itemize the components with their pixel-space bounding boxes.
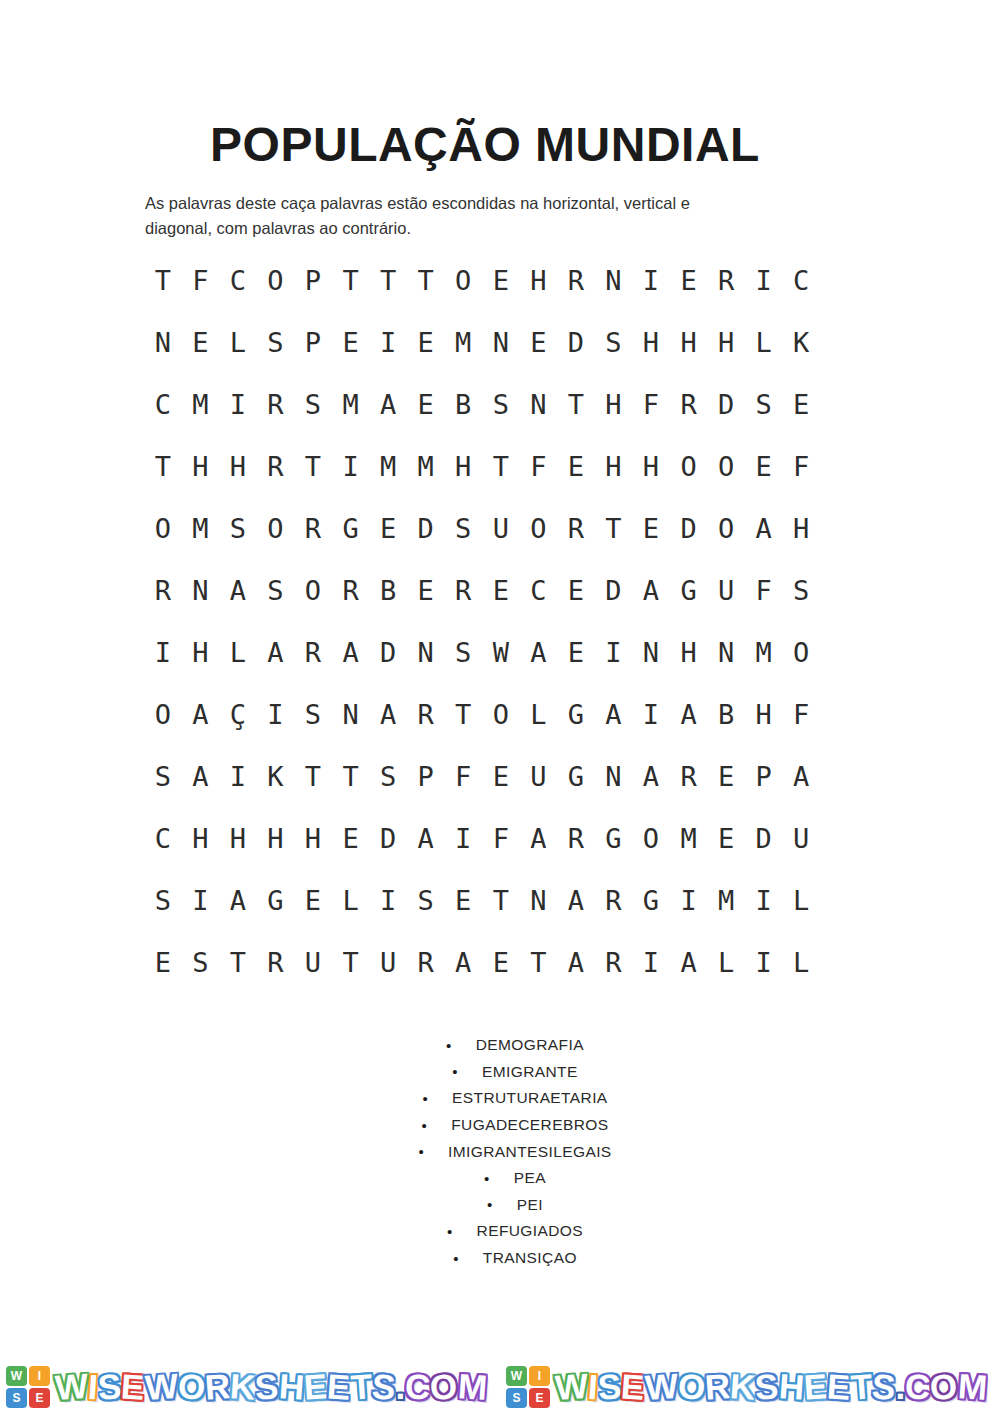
grid-cell-r3c4[interactable]: R xyxy=(257,373,295,435)
grid-cell-r6c15[interactable]: G xyxy=(670,559,708,621)
wiseworksheets-logo-icon: WISE xyxy=(6,1366,50,1408)
word-list-item-9: •TRANSIÇAO xyxy=(30,1245,1000,1272)
word-list-item-7: •PEI xyxy=(30,1192,1000,1219)
grid-cell-r6c3[interactable]: A xyxy=(219,559,257,621)
bullet-icon: • xyxy=(422,1090,428,1107)
brand-letter: S xyxy=(254,1366,280,1408)
grid-cell-r9c11[interactable]: U xyxy=(520,745,558,807)
grid-cell-r8c1[interactable]: O xyxy=(144,683,182,745)
grid-cell-r12c5[interactable]: U xyxy=(294,931,332,993)
grid-cell-r7c6[interactable]: A xyxy=(332,621,370,683)
grid-cell-r8c4[interactable]: I xyxy=(257,683,295,745)
grid-cell-r6c10[interactable]: E xyxy=(482,559,520,621)
grid-cell-r11c3[interactable]: A xyxy=(219,869,257,931)
grid-cell-r7c7[interactable]: D xyxy=(369,621,407,683)
grid-cell-r6c4[interactable]: S xyxy=(257,559,295,621)
word-search-grid: TFCOPTTTOEHRNIERICNELSPEIEMNEDSHHHLKCMIR… xyxy=(144,249,820,993)
grid-cell-r8c3[interactable]: Ç xyxy=(219,683,257,745)
grid-cell-r11c5[interactable]: E xyxy=(294,869,332,931)
grid-cell-r4c1[interactable]: T xyxy=(144,435,182,497)
grid-cell-r4c11[interactable]: F xyxy=(520,435,558,497)
grid-cell-r6c17[interactable]: F xyxy=(745,559,783,621)
wiseworksheets-logo-icon: WISE xyxy=(506,1366,550,1408)
grid-cell-r12c2[interactable]: S xyxy=(182,931,220,993)
grid-cell-r10c16[interactable]: E xyxy=(707,807,745,869)
grid-cell-r7c2[interactable]: H xyxy=(182,621,220,683)
grid-cell-r12c12[interactable]: A xyxy=(557,931,595,993)
grid-cell-r3c11[interactable]: N xyxy=(520,373,558,435)
brand-text: WISEWORKSHEETS.COM xyxy=(555,1367,987,1407)
grid-cell-r10c12[interactable]: R xyxy=(557,807,595,869)
grid-cell-r11c13[interactable]: R xyxy=(595,869,633,931)
grid-cell-r7c12[interactable]: E xyxy=(557,621,595,683)
grid-cell-r5c6[interactable]: G xyxy=(332,497,370,559)
grid-cell-r11c18[interactable]: L xyxy=(782,869,820,931)
footer-branding: WISEWISEWORKSHEETS.COM WISEWISEWORKSHEET… xyxy=(0,1363,1000,1411)
grid-cell-r4c4[interactable]: R xyxy=(257,435,295,497)
grid-cell-r4c10[interactable]: T xyxy=(482,435,520,497)
brand-letter: S xyxy=(754,1366,780,1408)
grid-cell-r10c11[interactable]: A xyxy=(520,807,558,869)
grid-cell-r3c3[interactable]: I xyxy=(219,373,257,435)
grid-cell-r8c7[interactable]: A xyxy=(369,683,407,745)
grid-cell-r12c6[interactable]: T xyxy=(332,931,370,993)
grid-cell-r7c3[interactable]: L xyxy=(219,621,257,683)
grid-cell-r11c10[interactable]: T xyxy=(482,869,520,931)
grid-cell-r1c3[interactable]: C xyxy=(219,249,257,311)
instructions-line-1: As palavras deste caça palavras estão es… xyxy=(145,191,875,216)
grid-cell-r6c18[interactable]: S xyxy=(782,559,820,621)
grid-cell-r5c2[interactable]: M xyxy=(182,497,220,559)
brand-letter: T xyxy=(349,1366,373,1407)
grid-cell-r10c2[interactable]: H xyxy=(182,807,220,869)
grid-cell-r4c15[interactable]: O xyxy=(670,435,708,497)
grid-cell-r1c6[interactable]: T xyxy=(332,249,370,311)
grid-cell-r9c4[interactable]: K xyxy=(257,745,295,807)
logo-tile-w: W xyxy=(506,1366,527,1386)
grid-cell-r12c13[interactable]: R xyxy=(595,931,633,993)
grid-cell-r5c11[interactable]: O xyxy=(520,497,558,559)
brand-letter: C xyxy=(904,1366,932,1408)
word-list-item-5: •IMIGRANTESILEGAIS xyxy=(30,1138,1000,1165)
grid-cell-r1c5[interactable]: P xyxy=(294,249,332,311)
grid-cell-r6c11[interactable]: C xyxy=(520,559,558,621)
grid-cell-r1c1[interactable]: T xyxy=(144,249,182,311)
logo-tile-s: S xyxy=(6,1388,27,1408)
grid-cell-r4c13[interactable]: H xyxy=(595,435,633,497)
grid-cell-r4c8[interactable]: M xyxy=(407,435,445,497)
grid-cell-r12c17[interactable]: I xyxy=(745,931,783,993)
grid-cell-r8c14[interactable]: I xyxy=(632,683,670,745)
logo-tile-i: I xyxy=(29,1366,50,1386)
grid-cell-r6c9[interactable]: R xyxy=(444,559,482,621)
logo-tile-e: E xyxy=(29,1388,50,1408)
grid-cell-r9c5[interactable]: T xyxy=(294,745,332,807)
brand-letter: E xyxy=(326,1366,352,1408)
grid-cell-r5c18[interactable]: H xyxy=(782,497,820,559)
grid-cell-r8c17[interactable]: H xyxy=(745,683,783,745)
brand-letter: S xyxy=(596,1366,622,1408)
grid-cell-r9c10[interactable]: E xyxy=(482,745,520,807)
grid-cell-r2c13[interactable]: S xyxy=(595,311,633,373)
grid-cell-r1c12[interactable]: R xyxy=(557,249,595,311)
grid-cell-r12c15[interactable]: A xyxy=(670,931,708,993)
grid-cell-r7c5[interactable]: R xyxy=(294,621,332,683)
grid-cell-r2c7[interactable]: I xyxy=(369,311,407,373)
brand-letter: E xyxy=(120,1366,146,1408)
grid-cell-r3c14[interactable]: F xyxy=(632,373,670,435)
grid-cell-r5c15[interactable]: D xyxy=(670,497,708,559)
brand-letter: M xyxy=(456,1366,488,1408)
grid-cell-r2c18[interactable]: K xyxy=(782,311,820,373)
word-label: FUGADECEREBROS xyxy=(451,1116,608,1134)
grid-cell-r10c17[interactable]: D xyxy=(745,807,783,869)
grid-cell-r3c1[interactable]: C xyxy=(144,373,182,435)
grid-cell-r8c11[interactable]: L xyxy=(520,683,558,745)
grid-cell-r8c5[interactable]: S xyxy=(294,683,332,745)
grid-cell-r8c15[interactable]: A xyxy=(670,683,708,745)
word-label: PEA xyxy=(514,1169,546,1187)
brand-letter: K xyxy=(729,1366,757,1408)
grid-cell-r12c9[interactable]: A xyxy=(444,931,482,993)
grid-cell-r12c7[interactable]: U xyxy=(369,931,407,993)
grid-cell-r10c9[interactable]: I xyxy=(444,807,482,869)
brand-letter: T xyxy=(849,1366,873,1407)
brand-letter: S xyxy=(371,1366,397,1408)
bullet-icon: • xyxy=(453,1250,459,1267)
instructions: As palavras deste caça palavras estão es… xyxy=(145,191,875,241)
grid-cell-r1c18[interactable]: C xyxy=(782,249,820,311)
grid-cell-r11c11[interactable]: N xyxy=(520,869,558,931)
grid-cell-r7c11[interactable]: A xyxy=(520,621,558,683)
grid-cell-r9c7[interactable]: S xyxy=(369,745,407,807)
grid-cell-r1c2[interactable]: F xyxy=(182,249,220,311)
grid-cell-r5c16[interactable]: O xyxy=(707,497,745,559)
grid-cell-r8c6[interactable]: N xyxy=(332,683,370,745)
grid-cell-r5c4[interactable]: O xyxy=(257,497,295,559)
grid-cell-r9c2[interactable]: A xyxy=(182,745,220,807)
grid-cell-r9c3[interactable]: I xyxy=(219,745,257,807)
grid-cell-r4c6[interactable]: I xyxy=(332,435,370,497)
word-list-item-3: •ESTRUTURAETARIA xyxy=(30,1085,1000,1112)
grid-cell-r1c4[interactable]: O xyxy=(257,249,295,311)
grid-cell-r9c12[interactable]: G xyxy=(557,745,595,807)
grid-cell-r4c18[interactable]: F xyxy=(782,435,820,497)
grid-cell-r3c5[interactable]: S xyxy=(294,373,332,435)
grid-cell-r12c11[interactable]: T xyxy=(520,931,558,993)
grid-cell-r6c16[interactable]: U xyxy=(707,559,745,621)
word-list-item-1: •DEMOGRAFIA xyxy=(30,1032,1000,1059)
grid-cell-r8c16[interactable]: B xyxy=(707,683,745,745)
grid-cell-r7c14[interactable]: N xyxy=(632,621,670,683)
grid-cell-r3c17[interactable]: S xyxy=(745,373,783,435)
brand-letter: E xyxy=(803,1366,829,1408)
grid-cell-r6c8[interactable]: E xyxy=(407,559,445,621)
grid-cell-r11c6[interactable]: L xyxy=(332,869,370,931)
grid-cell-r7c9[interactable]: S xyxy=(444,621,482,683)
grid-cell-r9c14[interactable]: A xyxy=(632,745,670,807)
grid-cell-r5c7[interactable]: E xyxy=(369,497,407,559)
grid-cell-r11c14[interactable]: G xyxy=(632,869,670,931)
grid-cell-r10c1[interactable]: C xyxy=(144,807,182,869)
grid-cell-r9c16[interactable]: E xyxy=(707,745,745,807)
worksheet-page: POPULAÇÃO MUNDIAL As palavras deste caça… xyxy=(0,0,1000,1413)
grid-cell-r3c15[interactable]: R xyxy=(670,373,708,435)
grid-cell-r2c17[interactable]: L xyxy=(745,311,783,373)
grid-cell-r10c10[interactable]: F xyxy=(482,807,520,869)
grid-cell-r5c14[interactable]: E xyxy=(632,497,670,559)
grid-cell-r4c17[interactable]: E xyxy=(745,435,783,497)
grid-cell-r5c13[interactable]: T xyxy=(595,497,633,559)
bullet-icon: • xyxy=(418,1143,424,1160)
word-label: ESTRUTURAETARIA xyxy=(452,1089,608,1107)
grid-cell-r2c1[interactable]: N xyxy=(144,311,182,373)
grid-cell-r11c15[interactable]: I xyxy=(670,869,708,931)
grid-cell-r2c10[interactable]: N xyxy=(482,311,520,373)
grid-cell-r5c9[interactable]: S xyxy=(444,497,482,559)
grid-cell-r1c8[interactable]: T xyxy=(407,249,445,311)
word-label: EMIGRANTE xyxy=(482,1063,578,1081)
word-label: TRANSIÇAO xyxy=(483,1249,577,1267)
logo-tile-w: W xyxy=(6,1366,27,1386)
grid-cell-r6c6[interactable]: R xyxy=(332,559,370,621)
grid-cell-r10c15[interactable]: M xyxy=(670,807,708,869)
grid-cell-r5c8[interactable]: D xyxy=(407,497,445,559)
logo-tile-i: I xyxy=(529,1366,550,1386)
grid-cell-r11c4[interactable]: G xyxy=(257,869,295,931)
grid-cell-r9c9[interactable]: F xyxy=(444,745,482,807)
grid-cell-r10c18[interactable]: U xyxy=(782,807,820,869)
brand-letter: W xyxy=(54,1366,90,1408)
page-title: POPULAÇÃO MUNDIAL xyxy=(0,120,970,170)
brand-letter: E xyxy=(620,1366,646,1408)
grid-cell-r7c17[interactable]: M xyxy=(745,621,783,683)
grid-cell-r10c14[interactable]: O xyxy=(632,807,670,869)
grid-cell-r12c16[interactable]: L xyxy=(707,931,745,993)
grid-cell-r11c17[interactable]: I xyxy=(745,869,783,931)
grid-cell-r2c12[interactable]: D xyxy=(557,311,595,373)
grid-cell-r3c8[interactable]: E xyxy=(407,373,445,435)
grid-cell-r9c17[interactable]: P xyxy=(745,745,783,807)
grid-cell-r2c3[interactable]: L xyxy=(219,311,257,373)
grid-cell-r7c8[interactable]: N xyxy=(407,621,445,683)
brand-letter: S xyxy=(871,1366,897,1408)
grid-cell-r2c16[interactable]: H xyxy=(707,311,745,373)
word-label: IMIGRANTESILEGAIS xyxy=(448,1143,612,1161)
brand-letter: H xyxy=(777,1366,805,1408)
grid-cell-r3c6[interactable]: M xyxy=(332,373,370,435)
grid-cell-r8c8[interactable]: R xyxy=(407,683,445,745)
grid-cell-r12c10[interactable]: E xyxy=(482,931,520,993)
word-label: DEMOGRAFIA xyxy=(476,1036,584,1054)
brand-letter: O xyxy=(429,1366,459,1408)
word-list-item-2: •EMIGRANTE xyxy=(30,1059,1000,1086)
grid-cell-r7c1[interactable]: I xyxy=(144,621,182,683)
brand-letter: E xyxy=(303,1366,329,1408)
grid-cell-r8c12[interactable]: G xyxy=(557,683,595,745)
word-list-item-6: •PEA xyxy=(30,1165,1000,1192)
grid-cell-r10c7[interactable]: D xyxy=(369,807,407,869)
grid-cell-r2c8[interactable]: E xyxy=(407,311,445,373)
grid-cell-r11c8[interactable]: S xyxy=(407,869,445,931)
grid-cell-r11c2[interactable]: I xyxy=(182,869,220,931)
grid-cell-r11c1[interactable]: S xyxy=(144,869,182,931)
grid-cell-r5c10[interactable]: U xyxy=(482,497,520,559)
grid-cell-r7c15[interactable]: H xyxy=(670,621,708,683)
grid-cell-r11c7[interactable]: I xyxy=(369,869,407,931)
bullet-icon: • xyxy=(422,1117,428,1134)
grid-cell-r2c9[interactable]: M xyxy=(444,311,482,373)
bullet-icon: • xyxy=(487,1196,493,1213)
grid-cell-r12c18[interactable]: L xyxy=(782,931,820,993)
grid-cell-r12c4[interactable]: R xyxy=(257,931,295,993)
grid-cell-r10c13[interactable]: G xyxy=(595,807,633,869)
grid-cell-r10c6[interactable]: E xyxy=(332,807,370,869)
grid-cell-r3c9[interactable]: B xyxy=(444,373,482,435)
grid-cell-r2c15[interactable]: H xyxy=(670,311,708,373)
brand-letter: W xyxy=(643,1366,679,1408)
grid-cell-r9c6[interactable]: T xyxy=(332,745,370,807)
grid-cell-r6c1[interactable]: R xyxy=(144,559,182,621)
wiseworksheets-brand-left: WISEWISEWORKSHEETS.COM xyxy=(0,1363,500,1411)
brand-letter: W xyxy=(143,1366,179,1408)
grid-cell-r7c16[interactable]: N xyxy=(707,621,745,683)
grid-cell-r3c16[interactable]: D xyxy=(707,373,745,435)
word-list: •DEMOGRAFIA•EMIGRANTE•ESTRUTURAETARIA•FU… xyxy=(30,1032,1000,1271)
brand-letter: S xyxy=(96,1366,122,1408)
brand-letter: M xyxy=(956,1366,988,1408)
grid-cell-r1c13[interactable]: N xyxy=(595,249,633,311)
bullet-icon: • xyxy=(447,1223,453,1240)
grid-cell-r3c2[interactable]: M xyxy=(182,373,220,435)
bullet-icon: • xyxy=(484,1170,490,1187)
grid-cell-r12c14[interactable]: I xyxy=(632,931,670,993)
grid-cell-r10c3[interactable]: H xyxy=(219,807,257,869)
grid-cell-r11c12[interactable]: A xyxy=(557,869,595,931)
grid-cell-r7c18[interactable]: O xyxy=(782,621,820,683)
grid-cell-r4c7[interactable]: M xyxy=(369,435,407,497)
grid-cell-r1c17[interactable]: I xyxy=(745,249,783,311)
grid-cell-r8c13[interactable]: A xyxy=(595,683,633,745)
grid-cell-r5c17[interactable]: A xyxy=(745,497,783,559)
word-list-item-4: •FUGADECEREBROS xyxy=(30,1112,1000,1139)
grid-cell-r5c1[interactable]: O xyxy=(144,497,182,559)
grid-cell-r3c13[interactable]: H xyxy=(595,373,633,435)
brand-letter: R xyxy=(703,1366,731,1408)
grid-cell-r1c9[interactable]: O xyxy=(444,249,482,311)
grid-cell-r4c14[interactable]: H xyxy=(632,435,670,497)
grid-cell-r6c13[interactable]: D xyxy=(595,559,633,621)
grid-cell-r12c1[interactable]: E xyxy=(144,931,182,993)
instructions-line-2: diagonal, com palavras ao contrário. xyxy=(145,216,875,241)
grid-cell-r1c14[interactable]: I xyxy=(632,249,670,311)
wiseworksheets-brand-right: WISEWISEWORKSHEETS.COM xyxy=(500,1363,1000,1411)
grid-cell-r5c5[interactable]: R xyxy=(294,497,332,559)
grid-cell-r7c13[interactable]: I xyxy=(595,621,633,683)
grid-cell-r3c10[interactable]: S xyxy=(482,373,520,435)
grid-cell-r12c8[interactable]: R xyxy=(407,931,445,993)
grid-cell-r8c2[interactable]: A xyxy=(182,683,220,745)
grid-cell-r1c10[interactable]: E xyxy=(482,249,520,311)
bullet-icon: • xyxy=(446,1037,452,1054)
grid-cell-r3c12[interactable]: T xyxy=(557,373,595,435)
grid-cell-r2c5[interactable]: P xyxy=(294,311,332,373)
grid-cell-r11c9[interactable]: E xyxy=(444,869,482,931)
grid-cell-r8c18[interactable]: F xyxy=(782,683,820,745)
grid-cell-r6c5[interactable]: O xyxy=(294,559,332,621)
grid-cell-r9c1[interactable]: S xyxy=(144,745,182,807)
brand-letter: O xyxy=(676,1366,706,1408)
brand-letter: E xyxy=(826,1366,852,1408)
grid-cell-r1c15[interactable]: E xyxy=(670,249,708,311)
grid-cell-r2c14[interactable]: H xyxy=(632,311,670,373)
grid-cell-r6c14[interactable]: A xyxy=(632,559,670,621)
word-label: PEI xyxy=(517,1196,543,1214)
grid-cell-r4c2[interactable]: H xyxy=(182,435,220,497)
grid-cell-r4c16[interactable]: O xyxy=(707,435,745,497)
grid-cell-r9c13[interactable]: N xyxy=(595,745,633,807)
logo-tile-e: E xyxy=(529,1388,550,1408)
grid-cell-r4c12[interactable]: E xyxy=(557,435,595,497)
grid-cell-r11c16[interactable]: M xyxy=(707,869,745,931)
word-list-item-8: •REFUGIADOS xyxy=(30,1218,1000,1245)
grid-cell-r10c5[interactable]: H xyxy=(294,807,332,869)
grid-cell-r4c3[interactable]: H xyxy=(219,435,257,497)
brand-text: WISEWORKSHEETS.COM xyxy=(55,1367,487,1407)
logo-tile-s: S xyxy=(506,1388,527,1408)
brand-letter: H xyxy=(277,1366,305,1408)
grid-cell-r5c12[interactable]: R xyxy=(557,497,595,559)
grid-cell-r10c4[interactable]: H xyxy=(257,807,295,869)
grid-cell-r4c9[interactable]: H xyxy=(444,435,482,497)
brand-letter: O xyxy=(929,1366,959,1408)
grid-cell-r1c11[interactable]: H xyxy=(520,249,558,311)
grid-cell-r9c18[interactable]: A xyxy=(782,745,820,807)
grid-cell-r1c16[interactable]: R xyxy=(707,249,745,311)
grid-cell-r2c4[interactable]: S xyxy=(257,311,295,373)
grid-cell-r4c5[interactable]: T xyxy=(294,435,332,497)
grid-cell-r9c8[interactable]: P xyxy=(407,745,445,807)
grid-cell-r6c12[interactable]: E xyxy=(557,559,595,621)
grid-cell-r6c7[interactable]: B xyxy=(369,559,407,621)
brand-letter: K xyxy=(229,1366,257,1408)
grid-cell-r3c18[interactable]: E xyxy=(782,373,820,435)
brand-letter: O xyxy=(176,1366,206,1408)
grid-cell-r2c11[interactable]: E xyxy=(520,311,558,373)
brand-letter: C xyxy=(404,1366,432,1408)
bullet-icon: • xyxy=(452,1063,458,1080)
grid-cell-r9c15[interactable]: R xyxy=(670,745,708,807)
grid-cell-r8c9[interactable]: T xyxy=(444,683,482,745)
brand-letter: W xyxy=(554,1366,590,1408)
grid-cell-r3c7[interactable]: A xyxy=(369,373,407,435)
grid-cell-r10c8[interactable]: A xyxy=(407,807,445,869)
grid-cell-r12c3[interactable]: T xyxy=(219,931,257,993)
word-label: REFUGIADOS xyxy=(477,1222,583,1240)
grid-cell-r2c6[interactable]: E xyxy=(332,311,370,373)
brand-letter: R xyxy=(203,1366,231,1408)
grid-cell-r1c7[interactable]: T xyxy=(369,249,407,311)
grid-cell-r6c2[interactable]: N xyxy=(182,559,220,621)
grid-cell-r7c10[interactable]: W xyxy=(482,621,520,683)
grid-cell-r5c3[interactable]: S xyxy=(219,497,257,559)
grid-cell-r7c4[interactable]: A xyxy=(257,621,295,683)
grid-cell-r2c2[interactable]: E xyxy=(182,311,220,373)
grid-cell-r8c10[interactable]: O xyxy=(482,683,520,745)
